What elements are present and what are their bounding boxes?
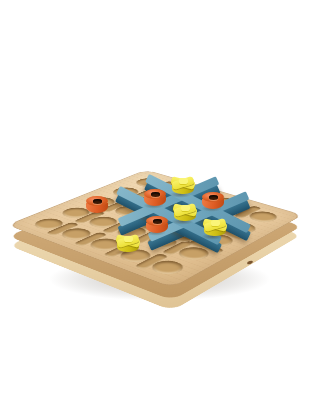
x-piece-cap bbox=[210, 219, 219, 226]
o-piece-hole bbox=[209, 195, 218, 200]
piece-o[interactable] bbox=[146, 216, 168, 233]
o-piece-hole bbox=[151, 192, 160, 197]
piece-x[interactable] bbox=[116, 233, 140, 253]
o-piece-hole bbox=[93, 199, 102, 204]
x-piece-cap bbox=[180, 204, 189, 211]
piece-o[interactable] bbox=[202, 192, 224, 209]
piece-x[interactable] bbox=[203, 217, 227, 237]
pieces-layer bbox=[0, 0, 315, 415]
piece-o[interactable] bbox=[144, 189, 166, 206]
piece-x[interactable] bbox=[173, 202, 197, 222]
x-piece-cap bbox=[178, 177, 187, 184]
piece-x[interactable] bbox=[171, 175, 195, 195]
piece-o[interactable] bbox=[86, 196, 108, 213]
product-photo-canvas bbox=[0, 0, 315, 415]
x-piece-cap bbox=[123, 235, 132, 242]
o-piece-hole bbox=[153, 219, 162, 224]
